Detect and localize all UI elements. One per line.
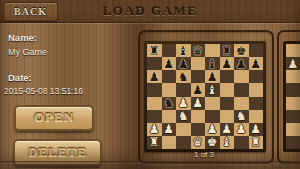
black-pawn-piece: ♟ bbox=[149, 71, 160, 83]
white-knight-piece: ♞ bbox=[178, 110, 189, 122]
board-square bbox=[176, 123, 191, 136]
board-square: ♞ bbox=[162, 97, 177, 110]
board-square: ♟ bbox=[176, 57, 191, 70]
date-value: 2015-05-08 13:51:16 bbox=[4, 86, 83, 96]
board-square: ♝ bbox=[220, 136, 235, 149]
white-pawn-piece: ♟ bbox=[221, 123, 232, 135]
board-square bbox=[286, 83, 300, 96]
board-square bbox=[286, 110, 300, 123]
board-square: ♚ bbox=[205, 136, 220, 149]
black-bishop-piece: ♝ bbox=[178, 45, 189, 57]
board-square: ♝ bbox=[205, 57, 220, 70]
black-pawn-piece: ♟ bbox=[221, 58, 232, 70]
board-square bbox=[162, 70, 177, 83]
black-knight-piece: ♞ bbox=[178, 71, 189, 83]
open-button[interactable]: OPEN bbox=[14, 105, 94, 131]
board-square: ♟ bbox=[234, 123, 249, 136]
board-square: ♟ bbox=[191, 97, 206, 110]
white-pawn-piece: ♟ bbox=[250, 123, 261, 135]
board-square bbox=[191, 57, 206, 70]
board-square: ♟ bbox=[249, 123, 264, 136]
board-square bbox=[234, 97, 249, 110]
board-square bbox=[249, 110, 264, 123]
board-square: ♞ bbox=[234, 110, 249, 123]
board-square bbox=[220, 97, 235, 110]
board-square: ♜ bbox=[147, 136, 162, 149]
board-square bbox=[234, 70, 249, 83]
board-square: ♟ bbox=[191, 83, 206, 96]
board-square: ♟ bbox=[220, 123, 235, 136]
board-square bbox=[286, 136, 300, 149]
board-square bbox=[191, 110, 206, 123]
back-button[interactable]: BACK bbox=[3, 2, 58, 21]
white-rook-piece: ♜ bbox=[250, 136, 261, 148]
board-square bbox=[147, 83, 162, 96]
black-king-piece: ♚ bbox=[236, 45, 247, 57]
board-square: ♟ bbox=[205, 70, 220, 83]
board-square: ♜ bbox=[220, 44, 235, 57]
black-pawn-piece: ♟ bbox=[207, 71, 218, 83]
board-square: ♟ bbox=[234, 57, 249, 70]
board-square bbox=[147, 57, 162, 70]
black-pawn-piece: ♟ bbox=[178, 58, 189, 70]
board-square bbox=[220, 70, 235, 83]
pager-indicator: 1 of 3 bbox=[138, 150, 270, 159]
board-square bbox=[162, 44, 177, 57]
white-pawn-piece: ♟ bbox=[207, 123, 218, 135]
board-square bbox=[162, 136, 177, 149]
board-square bbox=[234, 83, 249, 96]
black-queen-piece: ♛ bbox=[192, 45, 203, 57]
white-pawn-piece: ♟ bbox=[149, 123, 160, 135]
black-pawn-piece: ♟ bbox=[163, 58, 174, 70]
board-square bbox=[286, 44, 300, 57]
board-square: ♟ bbox=[205, 123, 220, 136]
chess-board-frame: ♜♝♛♜♚♟♟♝♟♟♟♟♞♟♟♝♞♟♟♞♞♟♟♟♟♟♟♜♛♚♝♜ bbox=[144, 41, 266, 152]
board-square bbox=[147, 110, 162, 123]
board-square bbox=[249, 44, 264, 57]
board-square bbox=[286, 123, 300, 136]
white-knight-piece: ♞ bbox=[236, 110, 247, 122]
board-square: ♟ bbox=[249, 57, 264, 70]
next-board-frame: ♟ bbox=[283, 41, 300, 152]
board-square: ♛ bbox=[191, 44, 206, 57]
board-square bbox=[249, 83, 264, 96]
board-square: ♛ bbox=[191, 136, 206, 149]
white-pawn-piece: ♟ bbox=[178, 97, 189, 109]
board-square bbox=[205, 97, 220, 110]
board-square: ♟ bbox=[162, 123, 177, 136]
board-square bbox=[220, 83, 235, 96]
board-square: ♟ bbox=[162, 57, 177, 70]
black-pawn-piece: ♟ bbox=[236, 58, 247, 70]
board-square: ♞ bbox=[176, 110, 191, 123]
board-square: ♜ bbox=[147, 44, 162, 57]
black-bishop-piece: ♝ bbox=[207, 58, 218, 70]
board-square: ♝ bbox=[205, 83, 220, 96]
white-pawn-piece: ♟ bbox=[288, 58, 299, 70]
black-pawn-piece: ♟ bbox=[250, 58, 261, 70]
white-queen-piece: ♛ bbox=[192, 136, 203, 148]
board-square: ♟ bbox=[286, 57, 300, 70]
board-square: ♟ bbox=[176, 97, 191, 110]
board-square bbox=[220, 110, 235, 123]
board-square: ♜ bbox=[249, 136, 264, 149]
chess-board: ♜♝♛♜♚♟♟♝♟♟♟♟♞♟♟♝♞♟♟♞♞♟♟♟♟♟♟♜♛♚♝♜ bbox=[147, 44, 263, 149]
board-square bbox=[147, 97, 162, 110]
board-square bbox=[191, 70, 206, 83]
board-square bbox=[205, 44, 220, 57]
black-rook-piece: ♜ bbox=[221, 45, 232, 57]
black-rook-piece: ♜ bbox=[149, 45, 160, 57]
black-pawn-piece: ♟ bbox=[192, 84, 203, 96]
date-label: Date: bbox=[8, 72, 32, 83]
board-square bbox=[191, 123, 206, 136]
board-square bbox=[176, 83, 191, 96]
board-square bbox=[249, 70, 264, 83]
white-pawn-piece: ♟ bbox=[236, 123, 247, 135]
board-square bbox=[286, 70, 300, 83]
board-square: ♚ bbox=[234, 44, 249, 57]
board-square: ♟ bbox=[147, 123, 162, 136]
wood-plank-seam bbox=[0, 161, 300, 164]
name-label: Name: bbox=[8, 32, 37, 43]
white-king-piece: ♚ bbox=[207, 136, 218, 148]
board-square: ♟ bbox=[220, 57, 235, 70]
board-square: ♟ bbox=[147, 70, 162, 83]
board-square: ♝ bbox=[176, 44, 191, 57]
white-pawn-piece: ♟ bbox=[163, 123, 174, 135]
board-square bbox=[234, 136, 249, 149]
load-game-screen: LOAD GAME BACK Name: My Game Date: 2015-… bbox=[0, 0, 300, 169]
name-value: My Game bbox=[8, 47, 47, 57]
board-square bbox=[176, 136, 191, 149]
black-knight-piece: ♞ bbox=[163, 97, 174, 109]
white-bishop-piece: ♝ bbox=[221, 136, 232, 148]
board-square bbox=[205, 110, 220, 123]
next-chess-board-partial: ♟ bbox=[286, 44, 300, 149]
white-pawn-piece: ♟ bbox=[192, 97, 203, 109]
white-bishop-piece: ♝ bbox=[207, 84, 218, 96]
board-square bbox=[286, 97, 300, 110]
board-square: ♞ bbox=[176, 70, 191, 83]
board-square bbox=[249, 97, 264, 110]
white-rook-piece: ♜ bbox=[149, 136, 160, 148]
board-square bbox=[162, 83, 177, 96]
board-square bbox=[162, 110, 177, 123]
